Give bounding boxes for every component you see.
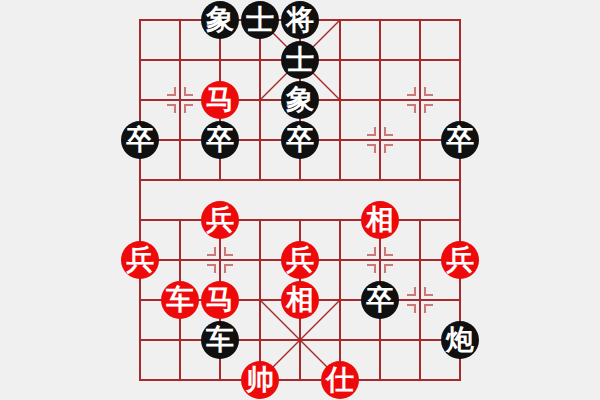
red-soldier-piece[interactable]: 兵 [281,241,319,279]
red-horse-piece[interactable]: 马 [201,81,239,119]
black-elephant-piece[interactable]: 象 [281,81,319,119]
red-chariot-piece[interactable]: 车 [161,281,199,319]
red-elephant-piece[interactable]: 相 [281,281,319,319]
red-general-piece[interactable]: 帅 [241,361,279,399]
black-general-piece[interactable]: 将 [281,1,319,39]
black-advisor-piece[interactable]: 士 [281,41,319,79]
black-advisor-piece[interactable]: 士 [241,1,279,39]
black-chariot-piece[interactable]: 车 [201,321,239,359]
black-soldier-piece[interactable]: 卒 [281,121,319,159]
black-soldier-piece[interactable]: 卒 [201,121,239,159]
black-cannon-piece[interactable]: 炮 [441,321,479,359]
red-elephant-piece[interactable]: 相 [361,201,399,239]
black-soldier-piece[interactable]: 卒 [121,121,159,159]
red-soldier-piece[interactable]: 兵 [201,201,239,239]
black-soldier-piece[interactable]: 卒 [361,281,399,319]
black-soldier-piece[interactable]: 卒 [441,121,479,159]
red-horse-piece[interactable]: 马 [201,281,239,319]
xiangqi-app: 象士将士象马卒卒卒卒兵相兵兵兵车马相卒车炮帅仕 [0,0,600,400]
red-advisor-piece[interactable]: 仕 [321,361,359,399]
red-soldier-piece[interactable]: 兵 [121,241,159,279]
red-soldier-piece[interactable]: 兵 [441,241,479,279]
black-elephant-piece[interactable]: 象 [201,1,239,39]
piece-layer: 象士将士象马卒卒卒卒兵相兵兵兵车马相卒车炮帅仕 [0,0,600,400]
